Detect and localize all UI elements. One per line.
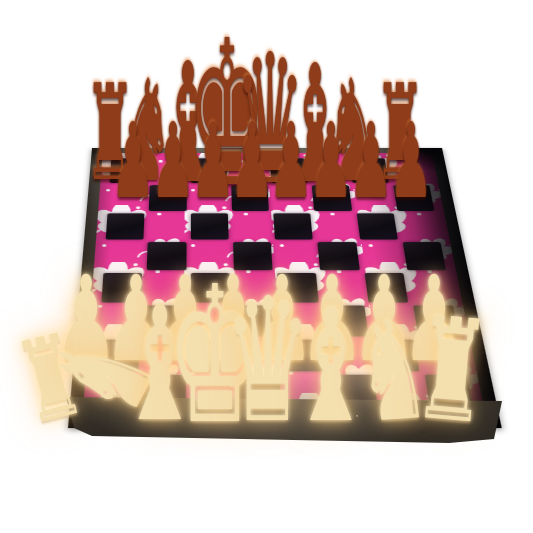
square-g7 [350, 184, 395, 212]
dark-square-fill [106, 213, 145, 240]
dark-square-fill [231, 185, 269, 210]
square-e3 [277, 304, 325, 338]
square-g4 [362, 272, 411, 304]
square-a4 [99, 272, 145, 304]
square-h8 [386, 157, 431, 184]
square-b8 [148, 157, 189, 184]
square-e8 [268, 157, 310, 184]
square-e5 [273, 241, 318, 272]
square-g5 [358, 241, 405, 272]
square-e4 [275, 272, 322, 304]
square-b4 [143, 272, 188, 304]
square-c8 [188, 157, 228, 184]
dark-square-fill [97, 339, 140, 371]
dark-square-fill [145, 305, 186, 336]
square-a8 [107, 157, 148, 184]
dark-square-fill [331, 375, 377, 409]
dark-square-fill [190, 273, 230, 302]
square-h3 [410, 304, 461, 338]
dark-square-fill [237, 375, 281, 409]
square-d4 [231, 272, 276, 304]
dark-square-fill [190, 339, 232, 371]
dark-square-fill [190, 158, 226, 182]
square-c6 [188, 212, 230, 241]
dark-square-fill [356, 213, 398, 240]
square-h6 [395, 212, 442, 241]
square-e1 [281, 373, 331, 410]
dark-square-fill [402, 242, 446, 270]
board-perspective-wrapper [92, 148, 467, 533]
square-f6 [312, 212, 357, 241]
dark-square-fill [142, 375, 185, 409]
dark-square-fill [149, 185, 186, 210]
dark-square-fill [190, 213, 228, 240]
square-h5 [400, 241, 448, 272]
square-c2 [188, 338, 235, 374]
dark-square-fill [147, 242, 186, 270]
chess-board [68, 148, 502, 428]
dark-square-fill [324, 305, 368, 336]
square-c5 [188, 241, 231, 272]
square-c1 [188, 373, 236, 410]
dark-square-fill [312, 185, 352, 210]
square-d5 [231, 241, 275, 272]
square-d3 [232, 304, 279, 338]
square-e6 [271, 212, 315, 241]
square-a3 [97, 304, 144, 338]
dark-square-fill [277, 273, 319, 302]
square-f7 [310, 184, 354, 212]
square-f8 [307, 157, 350, 184]
square-d7 [229, 184, 271, 212]
square-e2 [279, 338, 328, 374]
square-d1 [235, 373, 284, 410]
square-h2 [416, 338, 469, 374]
dark-square-fill [282, 339, 326, 371]
square-c7 [188, 184, 229, 212]
square-a5 [101, 241, 146, 272]
dark-square-fill [235, 305, 277, 336]
square-c4 [188, 272, 232, 304]
square-f2 [325, 338, 375, 374]
square-b5 [145, 241, 189, 272]
square-a1 [91, 373, 140, 410]
square-b2 [141, 338, 188, 374]
dark-square-fill [349, 158, 389, 182]
dark-square-fill [373, 339, 419, 371]
square-d8 [228, 157, 269, 184]
square-b3 [142, 304, 188, 338]
dark-square-fill [413, 305, 459, 336]
square-a2 [94, 338, 142, 374]
board-floral-surface [82, 153, 485, 417]
dark-square-fill [270, 158, 308, 182]
square-g8 [347, 157, 391, 184]
square-f3 [321, 304, 370, 338]
square-g3 [366, 304, 416, 338]
square-e7 [269, 184, 312, 212]
square-d2 [233, 338, 281, 374]
dark-square-fill [273, 213, 313, 240]
square-g1 [375, 373, 428, 410]
square-f5 [315, 241, 361, 272]
board-grid [91, 157, 476, 410]
square-h7 [391, 184, 437, 212]
dark-square-fill [364, 273, 408, 302]
square-g6 [354, 212, 400, 241]
square-f1 [328, 373, 380, 410]
dark-square-fill [318, 242, 360, 270]
square-h1 [422, 373, 476, 410]
square-b1 [140, 373, 188, 410]
square-b6 [146, 212, 188, 241]
square-b7 [147, 184, 188, 212]
square-g2 [370, 338, 421, 374]
square-f4 [318, 272, 366, 304]
square-c3 [188, 304, 234, 338]
square-d6 [230, 212, 273, 241]
chess-set-photo: ♜♞♝♚♛♝♞♜♟♟♟♟♟♟♟♟♟♟♟♟♟♟♟♟♜♞♝♚♛♝♞♜ [0, 0, 533, 533]
dark-square-fill [393, 185, 434, 210]
dark-square-fill [101, 273, 142, 302]
dark-square-fill [233, 242, 273, 270]
square-a7 [106, 184, 148, 212]
square-h4 [405, 272, 455, 304]
dark-square-fill [110, 158, 147, 182]
square-a6 [103, 212, 146, 241]
dark-square-fill [424, 375, 473, 409]
